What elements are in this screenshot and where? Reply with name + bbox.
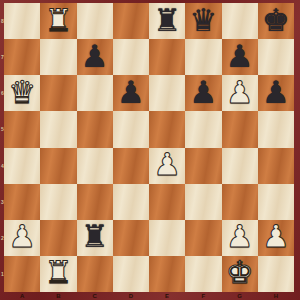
black-king-piece: ♚: [262, 5, 290, 36]
file-label-e: E: [149, 292, 185, 300]
white-pawn-piece: ♟: [8, 221, 36, 252]
file-label-f: F: [185, 292, 221, 300]
square-f1[interactable]: [185, 256, 221, 292]
white-queen-piece: ♛: [8, 77, 36, 108]
white-pawn-piece: ♟: [262, 221, 290, 252]
square-a4[interactable]: [4, 148, 40, 184]
square-g1[interactable]: ♚: [222, 256, 258, 292]
square-g5[interactable]: [222, 111, 258, 147]
square-b6[interactable]: [40, 75, 76, 111]
rank-label-1: 1: [0, 256, 5, 292]
square-a5[interactable]: [4, 111, 40, 147]
square-d3[interactable]: [113, 184, 149, 220]
square-g7[interactable]: ♟: [222, 39, 258, 75]
square-a1[interactable]: [4, 256, 40, 292]
square-d2[interactable]: [113, 220, 149, 256]
square-e2[interactable]: [149, 220, 185, 256]
rank-label-8: 8: [0, 3, 5, 39]
square-b5[interactable]: [40, 111, 76, 147]
square-h3[interactable]: [258, 184, 294, 220]
square-b3[interactable]: [40, 184, 76, 220]
black-pawn-piece: ♟: [226, 41, 254, 72]
file-label-h: H: [258, 292, 294, 300]
square-b2[interactable]: [40, 220, 76, 256]
square-g3[interactable]: [222, 184, 258, 220]
square-h1[interactable]: [258, 256, 294, 292]
square-e7[interactable]: [149, 39, 185, 75]
square-f8[interactable]: ♛: [185, 3, 221, 39]
black-pawn-piece: ♟: [262, 77, 290, 108]
square-e1[interactable]: [149, 256, 185, 292]
square-h5[interactable]: [258, 111, 294, 147]
square-c1[interactable]: [77, 256, 113, 292]
square-e4[interactable]: ♟: [149, 148, 185, 184]
rank-label-6: 6: [0, 75, 5, 111]
file-label-a: A: [4, 292, 40, 300]
square-a6[interactable]: ♛: [4, 75, 40, 111]
square-b1[interactable]: ♜: [40, 256, 76, 292]
file-labels: ABCDEFGH: [4, 292, 294, 300]
square-b8[interactable]: ♜: [40, 3, 76, 39]
square-d4[interactable]: [113, 148, 149, 184]
square-f3[interactable]: [185, 184, 221, 220]
white-king-piece: ♚: [226, 257, 254, 288]
file-label-d: D: [113, 292, 149, 300]
square-f2[interactable]: [185, 220, 221, 256]
square-e8[interactable]: ♜: [149, 3, 185, 39]
black-rook-piece: ♜: [153, 5, 181, 36]
black-rook-piece: ♜: [81, 221, 109, 252]
square-h7[interactable]: [258, 39, 294, 75]
square-e3[interactable]: [149, 184, 185, 220]
square-a2[interactable]: ♟: [4, 220, 40, 256]
square-h4[interactable]: [258, 148, 294, 184]
square-d6[interactable]: ♟: [113, 75, 149, 111]
square-g6[interactable]: ♟: [222, 75, 258, 111]
square-g2[interactable]: ♟: [222, 220, 258, 256]
white-pawn-piece: ♟: [226, 77, 254, 108]
rank-label-7: 7: [0, 39, 5, 75]
board-grid: ♜♜♛♚♟♟♛♟♟♟♟♟♟♜♟♟♜♚: [4, 3, 294, 292]
white-rook-piece: ♜: [44, 5, 72, 36]
black-pawn-piece: ♟: [189, 77, 217, 108]
white-rook-piece: ♜: [44, 257, 72, 288]
chess-board: ♜♜♛♚♟♟♛♟♟♟♟♟♟♜♟♟♜♚ 87654321 ABCDEFGH: [0, 0, 300, 300]
square-d8[interactable]: [113, 3, 149, 39]
rank-label-5: 5: [0, 111, 5, 147]
square-f7[interactable]: [185, 39, 221, 75]
square-c7[interactable]: ♟: [77, 39, 113, 75]
square-c3[interactable]: [77, 184, 113, 220]
square-g4[interactable]: [222, 148, 258, 184]
square-c5[interactable]: [77, 111, 113, 147]
square-e5[interactable]: [149, 111, 185, 147]
white-pawn-piece: ♟: [153, 149, 181, 180]
file-label-g: G: [222, 292, 258, 300]
square-d5[interactable]: [113, 111, 149, 147]
rank-label-2: 2: [0, 220, 5, 256]
rank-label-4: 4: [0, 148, 5, 184]
square-a7[interactable]: [4, 39, 40, 75]
square-d1[interactable]: [113, 256, 149, 292]
square-e6[interactable]: [149, 75, 185, 111]
square-h2[interactable]: ♟: [258, 220, 294, 256]
rank-labels: 87654321: [0, 3, 5, 292]
square-a8[interactable]: [4, 3, 40, 39]
square-f4[interactable]: [185, 148, 221, 184]
black-pawn-piece: ♟: [117, 77, 145, 108]
square-b7[interactable]: [40, 39, 76, 75]
square-c8[interactable]: [77, 3, 113, 39]
black-pawn-piece: ♟: [81, 41, 109, 72]
file-label-c: C: [77, 292, 113, 300]
square-g8[interactable]: [222, 3, 258, 39]
file-label-b: B: [40, 292, 76, 300]
square-b4[interactable]: [40, 148, 76, 184]
square-h6[interactable]: ♟: [258, 75, 294, 111]
square-c6[interactable]: [77, 75, 113, 111]
square-c2[interactable]: ♜: [77, 220, 113, 256]
square-c4[interactable]: [77, 148, 113, 184]
square-d7[interactable]: [113, 39, 149, 75]
square-a3[interactable]: [4, 184, 40, 220]
white-pawn-piece: ♟: [226, 221, 254, 252]
square-f6[interactable]: ♟: [185, 75, 221, 111]
black-queen-piece: ♛: [189, 5, 217, 36]
square-h8[interactable]: ♚: [258, 3, 294, 39]
square-f5[interactable]: [185, 111, 221, 147]
rank-label-3: 3: [0, 184, 5, 220]
